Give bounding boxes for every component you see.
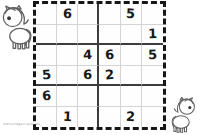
sudoku-cell[interactable] — [36, 25, 57, 46]
given-digit: 6 — [83, 68, 92, 81]
pony-mane — [21, 11, 28, 24]
sudoku-cell[interactable] — [142, 86, 163, 107]
sudoku-cell[interactable]: 4 — [78, 45, 99, 66]
sudoku-cell[interactable] — [121, 45, 142, 66]
watermark: malvorlagen-seite.de — [3, 122, 40, 126]
pony-icon — [1, 5, 34, 50]
sudoku-cell[interactable]: 1 — [57, 107, 78, 128]
sudoku-cell[interactable]: 6 — [57, 4, 78, 25]
given-digit: 2 — [104, 68, 114, 82]
sudoku-cell[interactable]: 2 — [99, 66, 120, 87]
sudoku-cell[interactable] — [78, 86, 99, 107]
given-digit: 4 — [83, 48, 92, 61]
sudoku-cell[interactable] — [36, 4, 57, 25]
given-digit: 5 — [148, 48, 157, 61]
pony-leg — [174, 126, 176, 132]
sudoku-cell[interactable] — [57, 66, 78, 87]
sudoku-cell[interactable]: 1 — [142, 25, 163, 46]
pony-mane — [179, 99, 193, 104]
given-digit: 5 — [41, 68, 51, 82]
worksheet-page: 651465562612 — [0, 0, 200, 135]
sudoku-cell[interactable]: 6 — [99, 45, 120, 66]
sudoku-cell[interactable] — [99, 25, 120, 46]
pony-leg — [26, 41, 29, 48]
sudoku-cell[interactable]: 2 — [121, 107, 142, 128]
sudoku-cell[interactable] — [78, 25, 99, 46]
pony-forelock — [8, 9, 15, 11]
pony-ear — [17, 6, 21, 9]
sudoku-cell[interactable] — [121, 25, 142, 46]
sudoku-cell[interactable] — [99, 107, 120, 128]
pony-body — [10, 28, 30, 44]
pony-tail — [25, 29, 31, 45]
pony-icon — [166, 97, 200, 133]
pony-leg — [177, 127, 179, 132]
pony-mane — [5, 8, 22, 14]
sudoku-cell[interactable] — [142, 4, 163, 25]
pony-head — [179, 99, 194, 114]
sudoku-cell[interactable] — [78, 107, 99, 128]
sudoku-cell[interactable] — [142, 66, 163, 87]
sudoku-cell[interactable] — [57, 86, 78, 107]
given-digit: 1 — [148, 27, 157, 40]
pony-head — [3, 8, 22, 27]
given-digit: 2 — [126, 110, 136, 123]
given-digit: 6 — [41, 89, 51, 103]
pony-tail — [172, 117, 177, 130]
pony-leg — [22, 43, 25, 49]
sudoku-cell[interactable] — [99, 86, 120, 107]
sudoku-cell[interactable]: 5 — [142, 45, 163, 66]
pony-eye — [188, 106, 191, 109]
pony-leg — [181, 127, 183, 132]
pony-ear — [189, 98, 193, 102]
given-digit: 1 — [62, 110, 72, 123]
sudoku-board: 651465562612 — [33, 1, 166, 130]
sudoku-cell[interactable] — [121, 66, 142, 87]
pony-forelock — [185, 100, 191, 101]
sudoku-grid: 651465562612 — [36, 4, 163, 127]
sudoku-cell[interactable]: 6 — [36, 86, 57, 107]
sudoku-cell[interactable] — [121, 86, 142, 107]
sudoku-cell[interactable] — [57, 45, 78, 66]
pony-leg — [18, 43, 21, 49]
pony-ear — [6, 6, 10, 10]
sudoku-cell[interactable] — [78, 4, 99, 25]
given-digit: 5 — [126, 7, 136, 20]
sudoku-cell[interactable]: 5 — [121, 4, 142, 25]
sudoku-cell[interactable] — [36, 45, 57, 66]
given-digit: 6 — [62, 7, 72, 20]
sudoku-cell[interactable] — [57, 25, 78, 46]
pony-mane — [174, 102, 179, 112]
given-digit: 6 — [104, 48, 114, 62]
sudoku-cell[interactable]: 6 — [78, 66, 99, 87]
pony-leg — [184, 126, 186, 132]
pony-leg — [13, 41, 16, 48]
pony-body — [173, 116, 189, 129]
pony-eye — [7, 16, 11, 20]
sudoku-cell[interactable] — [142, 107, 163, 128]
sudoku-cell[interactable]: 5 — [36, 66, 57, 87]
pony-ear — [180, 97, 183, 100]
sudoku-cell[interactable] — [99, 4, 120, 25]
